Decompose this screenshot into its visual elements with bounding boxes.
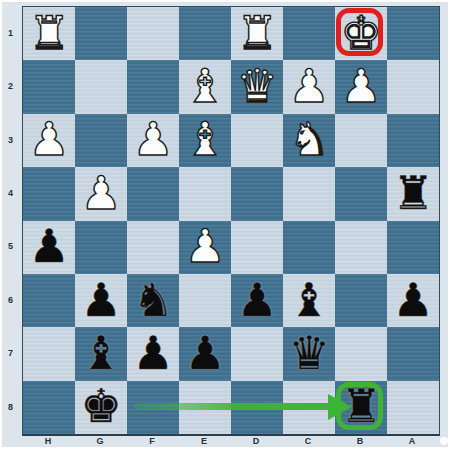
white-pawn[interactable]: ♟ — [132, 116, 173, 162]
file-label-h: H — [22, 436, 74, 446]
black-knight[interactable]: ♞ — [132, 277, 173, 323]
file-label-e: E — [178, 436, 230, 446]
black-pawn[interactable]: ♟ — [28, 223, 69, 269]
square-g8[interactable]: ♚ — [75, 381, 127, 434]
rank-label-2: 2 — [2, 81, 19, 91]
square-b2[interactable]: ♟ — [335, 60, 387, 113]
black-king[interactable]: ♚ — [80, 383, 121, 429]
corner-dot — [440, 437, 448, 445]
square-e5[interactable]: ♟ — [179, 221, 231, 274]
file-label-f: F — [126, 436, 178, 446]
black-queen[interactable]: ♛ — [288, 330, 329, 376]
square-h2[interactable] — [23, 60, 75, 113]
square-a8[interactable] — [387, 381, 439, 434]
white-queen[interactable]: ♛ — [236, 63, 277, 109]
square-g3[interactable] — [75, 114, 127, 167]
square-c7[interactable]: ♛ — [283, 327, 335, 380]
square-g7[interactable]: ♝ — [75, 327, 127, 380]
square-d1[interactable]: ♜ — [231, 7, 283, 60]
chess-board: ♜♜♚♝♛♟♟♟♟♝♞♟♜♟♟♟♞♟♝♟♝♟♟♛♚♜ — [22, 6, 440, 436]
black-pawn[interactable]: ♟ — [184, 330, 225, 376]
square-f3[interactable]: ♟ — [127, 114, 179, 167]
square-e2[interactable]: ♝ — [179, 60, 231, 113]
square-b8[interactable]: ♜ — [335, 381, 387, 434]
square-f7[interactable]: ♟ — [127, 327, 179, 380]
square-d5[interactable] — [231, 221, 283, 274]
black-bishop[interactable]: ♝ — [288, 277, 329, 323]
white-bishop[interactable]: ♝ — [184, 116, 225, 162]
square-h6[interactable] — [23, 274, 75, 327]
square-e7[interactable]: ♟ — [179, 327, 231, 380]
square-b4[interactable] — [335, 167, 387, 220]
square-f4[interactable] — [127, 167, 179, 220]
square-d7[interactable] — [231, 327, 283, 380]
white-rook[interactable]: ♜ — [236, 10, 277, 56]
square-d2[interactable]: ♛ — [231, 60, 283, 113]
black-pawn[interactable]: ♟ — [236, 277, 277, 323]
square-c4[interactable] — [283, 167, 335, 220]
chess-diagram-frame: ♜♜♚♝♛♟♟♟♟♝♞♟♜♟♟♟♞♟♝♟♝♟♟♛♚♜ 12345678HGFED… — [0, 0, 450, 449]
square-c5[interactable] — [283, 221, 335, 274]
black-bishop[interactable]: ♝ — [80, 330, 121, 376]
square-e8[interactable] — [179, 381, 231, 434]
square-c8[interactable] — [283, 381, 335, 434]
white-bishop[interactable]: ♝ — [184, 63, 225, 109]
square-f8[interactable] — [127, 381, 179, 434]
square-a5[interactable] — [387, 221, 439, 274]
rank-label-5: 5 — [2, 241, 19, 251]
square-h5[interactable]: ♟ — [23, 221, 75, 274]
file-label-b: B — [334, 436, 386, 446]
square-a1[interactable] — [387, 7, 439, 60]
square-a7[interactable] — [387, 327, 439, 380]
rank-label-4: 4 — [2, 188, 19, 198]
white-knight[interactable]: ♞ — [288, 116, 329, 162]
rank-label-6: 6 — [2, 295, 19, 305]
square-d3[interactable] — [231, 114, 283, 167]
square-g5[interactable] — [75, 221, 127, 274]
square-a4[interactable]: ♜ — [387, 167, 439, 220]
file-label-c: C — [282, 436, 334, 446]
rank-label-3: 3 — [2, 135, 19, 145]
white-pawn[interactable]: ♟ — [288, 63, 329, 109]
square-e1[interactable] — [179, 7, 231, 60]
rank-label-8: 8 — [2, 402, 19, 412]
square-a6[interactable]: ♟ — [387, 274, 439, 327]
file-label-a: A — [386, 436, 438, 446]
square-a3[interactable] — [387, 114, 439, 167]
file-label-g: G — [74, 436, 126, 446]
white-pawn[interactable]: ♟ — [80, 170, 121, 216]
rank-label-1: 1 — [2, 28, 19, 38]
square-d4[interactable] — [231, 167, 283, 220]
black-rook[interactable]: ♜ — [392, 170, 433, 216]
square-b6[interactable] — [335, 274, 387, 327]
square-e4[interactable] — [179, 167, 231, 220]
square-h4[interactable] — [23, 167, 75, 220]
white-rook[interactable]: ♜ — [28, 10, 69, 56]
rank-label-7: 7 — [2, 348, 19, 358]
square-g1[interactable] — [75, 7, 127, 60]
square-g6[interactable]: ♟ — [75, 274, 127, 327]
square-e6[interactable] — [179, 274, 231, 327]
square-h3[interactable]: ♟ — [23, 114, 75, 167]
square-c1[interactable] — [283, 7, 335, 60]
black-pawn[interactable]: ♟ — [392, 277, 433, 323]
white-king[interactable]: ♚ — [340, 10, 381, 56]
square-h8[interactable] — [23, 381, 75, 434]
white-pawn[interactable]: ♟ — [184, 223, 225, 269]
square-e3[interactable]: ♝ — [179, 114, 231, 167]
square-c6[interactable]: ♝ — [283, 274, 335, 327]
square-b3[interactable] — [335, 114, 387, 167]
square-b1[interactable]: ♚ — [335, 7, 387, 60]
square-a2[interactable] — [387, 60, 439, 113]
square-g2[interactable] — [75, 60, 127, 113]
square-d8[interactable] — [231, 381, 283, 434]
file-label-d: D — [230, 436, 282, 446]
square-f2[interactable] — [127, 60, 179, 113]
black-rook[interactable]: ♜ — [340, 383, 381, 429]
white-pawn[interactable]: ♟ — [340, 63, 381, 109]
square-h7[interactable] — [23, 327, 75, 380]
square-d6[interactable]: ♟ — [231, 274, 283, 327]
square-c2[interactable]: ♟ — [283, 60, 335, 113]
square-b7[interactable] — [335, 327, 387, 380]
square-g4[interactable]: ♟ — [75, 167, 127, 220]
square-f5[interactable] — [127, 221, 179, 274]
square-h1[interactable]: ♜ — [23, 7, 75, 60]
white-pawn[interactable]: ♟ — [28, 116, 69, 162]
black-pawn[interactable]: ♟ — [132, 330, 173, 376]
square-b5[interactable] — [335, 221, 387, 274]
square-f6[interactable]: ♞ — [127, 274, 179, 327]
square-f1[interactable] — [127, 7, 179, 60]
black-pawn[interactable]: ♟ — [80, 277, 121, 323]
square-c3[interactable]: ♞ — [283, 114, 335, 167]
